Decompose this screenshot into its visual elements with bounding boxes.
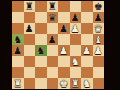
square-e2[interactable] — [58, 67, 70, 78]
piece-white-pawn: ♟ — [70, 23, 82, 34]
square-g8[interactable] — [81, 1, 93, 12]
square-c1[interactable] — [35, 78, 47, 89]
square-e8[interactable] — [58, 1, 70, 12]
piece-white-rook: ♜ — [70, 78, 82, 89]
app-background: ♜♜♚♛♟♟♟♟♟♛♞♟♝♟♞♟♟♟♞♜♚♜♞ — [0, 0, 120, 90]
square-a4[interactable]: ♟ — [12, 45, 24, 56]
square-g1[interactable]: ♞ — [81, 78, 93, 89]
square-a8[interactable] — [12, 1, 24, 12]
square-h8[interactable]: ♚ — [93, 1, 105, 12]
piece-white-pawn: ♟ — [58, 45, 70, 56]
square-h4[interactable]: ♟ — [93, 45, 105, 56]
piece-black-pawn: ♟ — [93, 12, 105, 23]
square-c8[interactable] — [35, 1, 47, 12]
square-g4[interactable]: ♟ — [81, 45, 93, 56]
square-b7[interactable] — [24, 12, 36, 23]
square-d2[interactable] — [47, 67, 59, 78]
square-b5[interactable] — [24, 34, 36, 45]
square-f7[interactable]: ♟ — [70, 12, 82, 23]
square-e6[interactable]: ♟ — [58, 23, 70, 34]
square-f4[interactable] — [70, 45, 82, 56]
square-h1[interactable] — [93, 78, 105, 89]
piece-black-king: ♚ — [93, 1, 105, 12]
square-h5[interactable]: ♝ — [93, 34, 105, 45]
square-c5[interactable] — [35, 34, 47, 45]
piece-white-queen: ♛ — [93, 23, 105, 34]
square-d5[interactable]: ♟ — [47, 34, 59, 45]
square-h6[interactable]: ♛ — [93, 23, 105, 34]
square-c3[interactable] — [35, 56, 47, 67]
square-g6[interactable] — [81, 23, 93, 34]
square-f5[interactable] — [70, 34, 82, 45]
piece-white-rook: ♜ — [12, 78, 24, 89]
piece-white-king: ♚ — [58, 78, 70, 89]
square-a3[interactable] — [12, 56, 24, 67]
square-d6[interactable] — [47, 23, 59, 34]
square-e1[interactable]: ♚ — [58, 78, 70, 89]
square-c4[interactable]: ♞ — [35, 45, 47, 56]
chess-board: ♜♜♚♛♟♟♟♟♟♛♞♟♝♟♞♟♟♟♞♜♚♜♞ — [12, 1, 104, 89]
square-a2[interactable] — [12, 67, 24, 78]
piece-black-knight: ♞ — [35, 45, 47, 56]
square-d4[interactable] — [47, 45, 59, 56]
square-c7[interactable] — [35, 12, 47, 23]
square-b4[interactable] — [24, 45, 36, 56]
square-e3[interactable] — [58, 56, 70, 67]
piece-white-pawn: ♟ — [93, 45, 105, 56]
square-f6[interactable]: ♟ — [70, 23, 82, 34]
square-d7[interactable]: ♛ — [47, 12, 59, 23]
square-g5[interactable] — [81, 34, 93, 45]
square-f2[interactable] — [70, 67, 82, 78]
square-a5[interactable]: ♞ — [12, 34, 24, 45]
square-b3[interactable] — [24, 56, 36, 67]
square-a7[interactable] — [12, 12, 24, 23]
square-a1[interactable]: ♜ — [12, 78, 24, 89]
square-g2[interactable] — [81, 67, 93, 78]
piece-black-pawn: ♟ — [58, 23, 70, 34]
square-c6[interactable] — [35, 23, 47, 34]
square-f1[interactable]: ♜ — [70, 78, 82, 89]
piece-black-pawn: ♟ — [12, 45, 24, 56]
square-c2[interactable] — [35, 67, 47, 78]
piece-white-bishop: ♝ — [93, 34, 105, 45]
square-a6[interactable] — [12, 23, 24, 34]
square-g7[interactable] — [81, 12, 93, 23]
square-e7[interactable] — [58, 12, 70, 23]
square-h7[interactable]: ♟ — [93, 12, 105, 23]
square-d8[interactable]: ♜ — [47, 1, 59, 12]
piece-white-pawn: ♟ — [81, 45, 93, 56]
square-d3[interactable] — [47, 56, 59, 67]
square-d1[interactable] — [47, 78, 59, 89]
piece-black-queen: ♛ — [47, 12, 59, 23]
square-g3[interactable] — [81, 56, 93, 67]
square-f3[interactable]: ♞ — [70, 56, 82, 67]
piece-black-rook: ♜ — [47, 1, 59, 12]
square-e4[interactable]: ♟ — [58, 45, 70, 56]
square-h3[interactable] — [93, 56, 105, 67]
piece-black-pawn: ♟ — [24, 23, 36, 34]
square-b2[interactable] — [24, 67, 36, 78]
piece-black-knight: ♞ — [12, 34, 24, 45]
square-b6[interactable]: ♟ — [24, 23, 36, 34]
square-h2[interactable] — [93, 67, 105, 78]
piece-black-pawn: ♟ — [70, 12, 82, 23]
piece-black-rook: ♜ — [24, 1, 36, 12]
square-b1[interactable] — [24, 78, 36, 89]
square-b8[interactable]: ♜ — [24, 1, 36, 12]
piece-white-knight: ♞ — [81, 78, 93, 89]
square-f8[interactable] — [70, 1, 82, 12]
square-e5[interactable] — [58, 34, 70, 45]
piece-white-knight: ♞ — [70, 56, 82, 67]
piece-black-pawn: ♟ — [47, 34, 59, 45]
